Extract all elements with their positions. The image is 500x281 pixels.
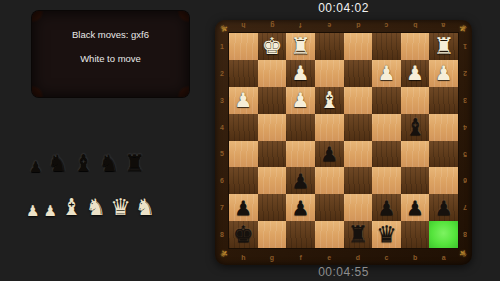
rank-label-5: 5 <box>460 141 470 168</box>
black-clock: 00:04:55 <box>215 265 472 279</box>
square-g8[interactable] <box>258 221 287 248</box>
black-queen-c8[interactable]: ♛ <box>376 223 397 246</box>
captured-white-pieces-tray: ♟♟♝♞♛♞ <box>26 196 155 219</box>
square-a6[interactable] <box>429 167 458 194</box>
square-a2[interactable]: ♟ <box>429 60 458 87</box>
rank-label-6: 6 <box>460 167 470 194</box>
file-label-g: g <box>258 254 287 261</box>
black-pawn-f6[interactable]: ♟ <box>292 171 310 191</box>
rank-labels-right: 12345678 <box>460 33 470 248</box>
file-labels-bottom: hgfedcba <box>229 254 458 261</box>
last-move-text: Black moves: gxf6 <box>32 29 189 40</box>
black-pawn-b7[interactable]: ♟ <box>406 198 424 218</box>
file-label-d: d <box>344 22 373 29</box>
square-c4[interactable] <box>372 114 401 141</box>
square-c5[interactable] <box>372 141 401 168</box>
chess-app-root: 00:04:02 Black moves: gxf6 White to move… <box>0 0 500 281</box>
square-a5[interactable] <box>429 141 458 168</box>
black-rook-d8[interactable]: ♜ <box>348 223 369 246</box>
square-f5[interactable] <box>286 141 315 168</box>
captured-black-rook: ♜ <box>124 152 145 175</box>
captured-black-pieces-tray: ♟♞♝♞♜ <box>29 152 145 175</box>
square-g2[interactable] <box>258 60 287 87</box>
square-h8[interactable]: ♚ <box>229 221 258 248</box>
square-c7[interactable]: ♟ <box>372 194 401 221</box>
file-label-a: a <box>429 254 458 261</box>
square-g4[interactable] <box>258 114 287 141</box>
white-pawn-f2[interactable]: ♟ <box>292 63 310 83</box>
file-label-b: b <box>401 254 430 261</box>
square-c6[interactable] <box>372 167 401 194</box>
captured-black-knight: ♞ <box>99 152 120 175</box>
square-b7[interactable]: ♟ <box>401 194 430 221</box>
rank-labels-left: 12345678 <box>217 33 227 248</box>
board-grid: ♚♜♜♟♟♟♟♟♟♝♝♟♟♟♟♟♟♟♚♜♛ <box>229 33 458 248</box>
square-a1[interactable]: ♜ <box>429 33 458 60</box>
square-h4[interactable] <box>229 114 258 141</box>
square-f8[interactable] <box>286 221 315 248</box>
captured-black-pawn: ♟ <box>29 160 42 175</box>
square-h6[interactable] <box>229 167 258 194</box>
file-labels-top: hgfedcba <box>229 22 458 29</box>
square-a3[interactable] <box>429 87 458 114</box>
square-f4[interactable] <box>286 114 315 141</box>
rank-label-2: 2 <box>217 60 227 87</box>
square-d6[interactable] <box>344 167 373 194</box>
file-label-b: b <box>401 22 430 29</box>
square-e1[interactable] <box>315 33 344 60</box>
rank-label-5: 5 <box>217 141 227 168</box>
chess-board: ⚜ ⚜ ⚜ ⚜ hgfedcba 12345678 12345678 ♚♜♜♟♟… <box>215 20 472 265</box>
white-king-g1[interactable]: ♚ <box>262 35 283 58</box>
square-c3[interactable] <box>372 87 401 114</box>
black-king-h8[interactable]: ♚ <box>233 223 254 246</box>
square-g3[interactable] <box>258 87 287 114</box>
rank-label-1: 1 <box>217 33 227 60</box>
square-a8[interactable] <box>429 221 458 248</box>
square-d5[interactable] <box>344 141 373 168</box>
square-g5[interactable] <box>258 141 287 168</box>
black-bishop-b4[interactable]: ♝ <box>405 116 426 139</box>
file-label-f: f <box>286 22 315 29</box>
black-pawn-e5[interactable]: ♟ <box>320 144 338 164</box>
white-pawn-a2[interactable]: ♟ <box>435 63 453 83</box>
white-rook-a1[interactable]: ♜ <box>433 35 454 58</box>
square-g1[interactable]: ♚ <box>258 33 287 60</box>
rank-label-3: 3 <box>217 87 227 114</box>
rank-label-3: 3 <box>460 87 470 114</box>
square-a4[interactable] <box>429 114 458 141</box>
rank-label-6: 6 <box>217 167 227 194</box>
square-h3[interactable]: ♟ <box>229 87 258 114</box>
square-h5[interactable] <box>229 141 258 168</box>
file-label-c: c <box>372 254 401 261</box>
white-pawn-b2[interactable]: ♟ <box>406 63 424 83</box>
square-e6[interactable] <box>315 167 344 194</box>
square-e5[interactable]: ♟ <box>315 141 344 168</box>
rank-label-8: 8 <box>217 221 227 248</box>
square-g6[interactable] <box>258 167 287 194</box>
square-f7[interactable]: ♟ <box>286 194 315 221</box>
square-e7[interactable] <box>315 194 344 221</box>
square-d4[interactable] <box>344 114 373 141</box>
black-pawn-h7[interactable]: ♟ <box>234 198 252 218</box>
captured-white-pawn: ♟ <box>26 204 39 219</box>
file-label-g: g <box>258 22 287 29</box>
file-label-a: a <box>429 22 458 29</box>
captured-white-bishop: ♝ <box>61 196 82 219</box>
turn-indicator-text: White to move <box>32 53 189 64</box>
white-pawn-f3[interactable]: ♟ <box>292 90 310 110</box>
white-bishop-e3[interactable]: ♝ <box>319 89 340 112</box>
square-d8[interactable]: ♜ <box>344 221 373 248</box>
captured-white-queen: ♛ <box>110 196 131 219</box>
file-label-c: c <box>372 22 401 29</box>
square-b4[interactable]: ♝ <box>401 114 430 141</box>
captured-white-knight: ♞ <box>86 196 107 219</box>
file-label-h: h <box>229 254 258 261</box>
black-pawn-a7[interactable]: ♟ <box>435 198 453 218</box>
square-b1[interactable] <box>401 33 430 60</box>
square-e8[interactable] <box>315 221 344 248</box>
rank-label-1: 1 <box>460 33 470 60</box>
square-b5[interactable] <box>401 141 430 168</box>
square-e2[interactable] <box>315 60 344 87</box>
square-b2[interactable]: ♟ <box>401 60 430 87</box>
square-c1[interactable] <box>372 33 401 60</box>
rank-label-4: 4 <box>217 114 227 141</box>
white-pawn-h3[interactable]: ♟ <box>234 90 252 110</box>
move-status-panel: Black moves: gxf6 White to move <box>32 11 189 97</box>
square-f3[interactable]: ♟ <box>286 87 315 114</box>
square-d1[interactable] <box>344 33 373 60</box>
file-label-d: d <box>344 254 373 261</box>
black-pawn-f7[interactable]: ♟ <box>292 198 310 218</box>
square-h2[interactable] <box>229 60 258 87</box>
captured-white-knight: ♞ <box>135 196 156 219</box>
square-d3[interactable] <box>344 87 373 114</box>
rank-label-8: 8 <box>460 221 470 248</box>
black-pawn-c7[interactable]: ♟ <box>377 198 395 218</box>
file-label-e: e <box>315 22 344 29</box>
square-g7[interactable] <box>258 194 287 221</box>
captured-black-bishop: ♝ <box>73 152 94 175</box>
square-d2[interactable] <box>344 60 373 87</box>
square-f6[interactable]: ♟ <box>286 167 315 194</box>
square-e4[interactable] <box>315 114 344 141</box>
square-a7[interactable]: ♟ <box>429 194 458 221</box>
captured-white-pawn: ♟ <box>43 204 56 219</box>
white-pawn-c2[interactable]: ♟ <box>377 63 395 83</box>
square-f2[interactable]: ♟ <box>286 60 315 87</box>
square-h1[interactable] <box>229 33 258 60</box>
square-b8[interactable] <box>401 221 430 248</box>
file-label-f: f <box>286 254 315 261</box>
square-c2[interactable]: ♟ <box>372 60 401 87</box>
file-label-e: e <box>315 254 344 261</box>
square-f1[interactable]: ♜ <box>286 33 315 60</box>
square-d7[interactable] <box>344 194 373 221</box>
captured-black-knight: ♞ <box>47 152 68 175</box>
square-b6[interactable] <box>401 167 430 194</box>
rank-label-4: 4 <box>460 114 470 141</box>
file-label-h: h <box>229 22 258 29</box>
white-clock: 00:04:02 <box>215 1 472 15</box>
rank-label-7: 7 <box>460 194 470 221</box>
white-rook-f1[interactable]: ♜ <box>290 35 311 58</box>
square-h7[interactable]: ♟ <box>229 194 258 221</box>
fleur-de-lis-ornament-icon: ⚜ <box>457 247 470 260</box>
rank-label-7: 7 <box>217 194 227 221</box>
square-e3[interactable]: ♝ <box>315 87 344 114</box>
square-b3[interactable] <box>401 87 430 114</box>
rank-label-2: 2 <box>460 60 470 87</box>
square-c8[interactable]: ♛ <box>372 221 401 248</box>
